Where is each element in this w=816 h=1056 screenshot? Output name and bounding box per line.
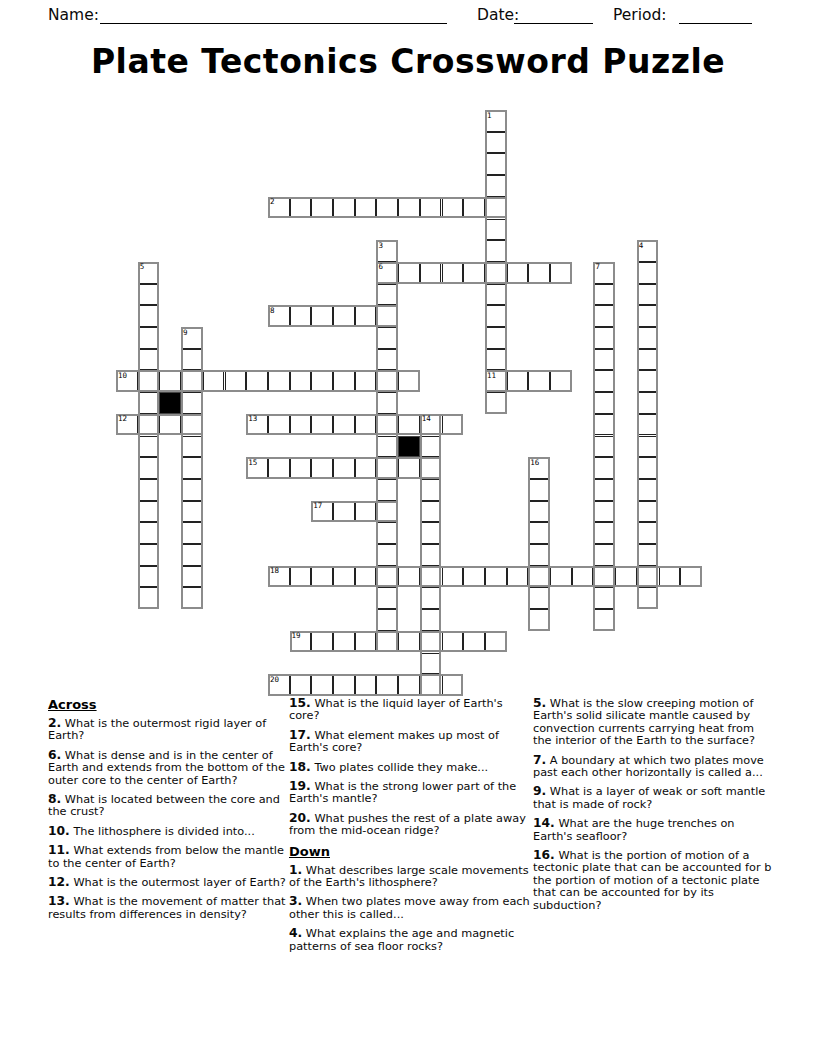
clue-column-1: Across2. What is the outermost rigid lay… (48, 697, 289, 927)
cell-r14c24[interactable] (637, 414, 659, 436)
cell-r14c14[interactable] (420, 414, 442, 436)
clue-text: When two plates move away from each othe… (289, 895, 530, 920)
cell-r20c12[interactable] (376, 544, 398, 566)
clue-8-across: 8. What is located between the core and … (48, 793, 289, 819)
cell-r9c22[interactable] (593, 305, 615, 327)
black-cell-r13c2 (159, 392, 181, 414)
cell-r6c24[interactable] (637, 240, 659, 262)
cell-r7c14[interactable] (420, 262, 442, 284)
cell-r11c12[interactable] (376, 349, 398, 371)
cell-r26c14[interactable] (420, 674, 442, 696)
cell-r22c3[interactable] (181, 587, 203, 609)
cell-r13c24[interactable] (637, 392, 659, 414)
cell-r6c12[interactable] (376, 240, 398, 262)
cell-r4c16[interactable] (463, 197, 485, 219)
clue-7-down: 7. A boundary at which two plates move p… (533, 754, 774, 780)
cell-r14c6[interactable] (246, 414, 268, 436)
clue-number: 10. (48, 824, 70, 838)
clue-text: What pushes the rest of a plate away fro… (289, 812, 526, 837)
cell-r7c12[interactable] (376, 262, 398, 284)
cell-r9c12[interactable] (376, 305, 398, 327)
cell-r14c8[interactable] (290, 414, 312, 436)
cell-r21c11[interactable] (355, 566, 377, 588)
cell-r23c19[interactable] (528, 609, 550, 631)
clue-text: What describes large scale movements of … (289, 864, 529, 889)
cell-r16c11[interactable] (355, 457, 377, 479)
cell-r12c12[interactable] (376, 370, 398, 392)
clue-text: What is the slow creeping motion of Eart… (533, 697, 755, 747)
cell-r13c22[interactable] (593, 392, 615, 414)
cell-r18c11[interactable] (355, 501, 377, 523)
cell-r21c20[interactable] (550, 566, 572, 588)
cell-r24c14[interactable] (420, 631, 442, 653)
cell-r8c24[interactable] (637, 284, 659, 306)
clue-text: What is the portion of motion of a tecto… (533, 849, 771, 912)
cell-r15c3[interactable] (181, 436, 203, 458)
cell-r7c15[interactable] (442, 262, 464, 284)
clue-text: What is the strong lower part of the Ear… (289, 780, 516, 805)
clue-text: What extends from below the mantle to th… (48, 844, 284, 869)
cell-r9c1[interactable] (138, 305, 160, 327)
cell-r11c22[interactable] (593, 349, 615, 371)
cell-r26c12[interactable] (376, 674, 398, 696)
clue-number: 7. (533, 753, 546, 767)
cell-r12c10[interactable] (333, 370, 355, 392)
clue-column-3: 5. What is the slow creeping motion of E… (533, 697, 774, 918)
cell-r21c7[interactable] (268, 566, 290, 588)
cell-r12c7[interactable] (268, 370, 290, 392)
clue-text: The lithosphere is divided into... (70, 825, 255, 838)
cell-r21c8[interactable] (290, 566, 312, 588)
cell-r22c1[interactable] (138, 587, 160, 609)
cell-r17c12[interactable] (376, 479, 398, 501)
cell-r21c10[interactable] (333, 566, 355, 588)
cell-r4c11[interactable] (355, 197, 377, 219)
clue-1-down: 1. What describes large scale movements … (289, 864, 530, 890)
cell-r8c17[interactable] (485, 284, 507, 306)
cell-r26c9[interactable] (311, 674, 333, 696)
clue-text: What element makes up most of Earth's co… (289, 729, 499, 754)
clue-number: 11. (48, 843, 70, 857)
clue-18-across: 18. Two plates collide they make... (289, 761, 530, 774)
cell-r17c22[interactable] (593, 479, 615, 501)
cell-r14c12[interactable] (376, 414, 398, 436)
cell-r15c14[interactable] (420, 436, 442, 458)
cell-r12c5[interactable] (225, 370, 247, 392)
cell-r16c8[interactable] (290, 457, 312, 479)
cell-r12c17[interactable] (485, 370, 507, 392)
clue-text: What is a layer of weak or soft mantle t… (533, 785, 765, 810)
clue-number: 4. (289, 926, 302, 940)
cell-r16c24[interactable] (637, 457, 659, 479)
clue-6-across: 6. What is dense and is in the center of… (48, 749, 289, 787)
cell-r16c3[interactable] (181, 457, 203, 479)
cell-r26c8[interactable] (290, 674, 312, 696)
cell-r24c8[interactable] (290, 631, 312, 653)
cell-r9c9[interactable] (311, 305, 333, 327)
cell-r4c8[interactable] (290, 197, 312, 219)
cell-r18c1[interactable] (138, 501, 160, 523)
cell-r24c16[interactable] (463, 631, 485, 653)
cell-r24c15[interactable] (442, 631, 464, 653)
cell-r18c10[interactable] (333, 501, 355, 523)
cell-r11c1[interactable] (138, 349, 160, 371)
cell-r21c13[interactable] (398, 566, 420, 588)
cell-r10c3[interactable] (181, 327, 203, 349)
cell-r12c6[interactable] (246, 370, 268, 392)
cell-r12c9[interactable] (311, 370, 333, 392)
cell-r14c9[interactable] (311, 414, 333, 436)
cell-r21c17[interactable] (485, 566, 507, 588)
cell-r18c12[interactable] (376, 501, 398, 523)
cell-r16c19[interactable] (528, 457, 550, 479)
clue-13-across: 13. What is the movement of matter that … (48, 895, 289, 921)
clue-4-down: 4. What explains the age and magnetic pa… (289, 927, 530, 953)
cell-r3c17[interactable] (485, 175, 507, 197)
cell-r26c10[interactable] (333, 674, 355, 696)
cell-r4c13[interactable] (398, 197, 420, 219)
cell-r4c10[interactable] (333, 197, 355, 219)
cell-r19c3[interactable] (181, 522, 203, 544)
clue-number: 19. (289, 779, 311, 793)
cell-r14c3[interactable] (181, 414, 203, 436)
cell-r16c22[interactable] (593, 457, 615, 479)
cell-r21c16[interactable] (463, 566, 485, 588)
cell-r12c4[interactable] (203, 370, 225, 392)
cell-r17c3[interactable] (181, 479, 203, 501)
cell-r24c13[interactable] (398, 631, 420, 653)
cell-r16c12[interactable] (376, 457, 398, 479)
cell-r4c7[interactable] (268, 197, 290, 219)
cell-r12c13[interactable] (398, 370, 420, 392)
clue-number: 16. (533, 848, 555, 862)
cell-r21c23[interactable] (615, 566, 637, 588)
cell-r0c17[interactable] (485, 110, 507, 132)
cell-r20c3[interactable] (181, 544, 203, 566)
cell-r7c24[interactable] (637, 262, 659, 284)
cell-r15c24[interactable] (637, 436, 659, 458)
cell-r7c16[interactable] (463, 262, 485, 284)
clue-number: 2. (48, 716, 61, 730)
cell-r21c9[interactable] (311, 566, 333, 588)
cell-r19c12[interactable] (376, 522, 398, 544)
cell-r18c3[interactable] (181, 501, 203, 523)
cell-r24c12[interactable] (376, 631, 398, 653)
clue-text: What explains the age and magnetic patte… (289, 927, 514, 952)
clue-text: What is the liquid layer of Earth's core… (289, 697, 503, 722)
cell-r4c12[interactable] (376, 197, 398, 219)
cell-r10c12[interactable] (376, 327, 398, 349)
cell-r19c22[interactable] (593, 522, 615, 544)
clue-10-across: 10. The lithosphere is divided into... (48, 825, 289, 838)
clue-number: 8. (48, 792, 61, 806)
cell-r22c14[interactable] (420, 587, 442, 609)
cell-r12c8[interactable] (290, 370, 312, 392)
clue-11-across: 11. What extends from below the mantle t… (48, 844, 289, 870)
clue-text: What is the outermost rigid layer of Ear… (48, 717, 266, 742)
clue-3-down: 3. When two plates move away from each o… (289, 895, 530, 921)
clue-text: What is the movement of matter that resu… (48, 895, 286, 920)
clue-number: 20. (289, 811, 311, 825)
clue-number: 18. (289, 760, 311, 774)
cell-r7c18[interactable] (507, 262, 529, 284)
cell-r9c10[interactable] (333, 305, 355, 327)
cell-r16c10[interactable] (333, 457, 355, 479)
cell-r14c2[interactable] (159, 414, 181, 436)
cell-r2c17[interactable] (485, 153, 507, 175)
cell-r16c7[interactable] (268, 457, 290, 479)
clue-17-across: 17. What element makes up most of Earth'… (289, 729, 530, 755)
cell-r18c24[interactable] (637, 501, 659, 523)
cell-r12c0[interactable] (116, 370, 138, 392)
cell-r9c24[interactable] (637, 305, 659, 327)
cell-r7c13[interactable] (398, 262, 420, 284)
cell-r11c24[interactable] (637, 349, 659, 371)
cell-r14c1[interactable] (138, 414, 160, 436)
cell-r7c19[interactable] (528, 262, 550, 284)
cell-r24c11[interactable] (355, 631, 377, 653)
cell-r7c20[interactable] (550, 262, 572, 284)
cell-r24c17[interactable] (485, 631, 507, 653)
cell-r23c12[interactable] (376, 609, 398, 631)
clue-15-across: 15. What is the liquid layer of Earth's … (289, 697, 530, 723)
cell-r21c15[interactable] (442, 566, 464, 588)
cell-r4c17[interactable] (485, 197, 507, 219)
cell-r17c14[interactable] (420, 479, 442, 501)
cell-r14c7[interactable] (268, 414, 290, 436)
clue-14-down: 14. What are the huge trenches on Earth'… (533, 817, 774, 843)
cell-r21c26[interactable] (680, 566, 702, 588)
cell-r24c9[interactable] (311, 631, 333, 653)
clue-number: 9. (533, 784, 546, 798)
cell-r20c24[interactable] (637, 544, 659, 566)
clue-text: What is the outermost layer of Earth? (70, 876, 286, 889)
cell-r20c1[interactable] (138, 544, 160, 566)
cell-r12c22[interactable] (593, 370, 615, 392)
cell-r10c17[interactable] (485, 327, 507, 349)
cell-r1c17[interactable] (485, 132, 507, 154)
cell-r21c25[interactable] (659, 566, 681, 588)
cell-r13c1[interactable] (138, 392, 160, 414)
clue-number: 17. (289, 728, 311, 742)
clue-5-down: 5. What is the slow creeping motion of E… (533, 697, 774, 748)
cell-r20c14[interactable] (420, 544, 442, 566)
cell-r26c13[interactable] (398, 674, 420, 696)
cell-r12c24[interactable] (637, 370, 659, 392)
cell-r7c17[interactable] (485, 262, 507, 284)
cell-r21c24[interactable] (637, 566, 659, 588)
crossword-board: 2681011121315171819201345791416 (0, 0, 816, 700)
clue-text: What is located between the core and the… (48, 793, 280, 818)
clue-number: 5. (533, 696, 546, 710)
cell-r26c7[interactable] (268, 674, 290, 696)
cell-r19c1[interactable] (138, 522, 160, 544)
cell-r9c8[interactable] (290, 305, 312, 327)
clue-number: 12. (48, 875, 70, 889)
worksheet-page: Name: Date: Period: Plate Tectonics Cros… (0, 0, 816, 1056)
clue-text: What are the huge trenches on Earth's se… (533, 817, 735, 842)
cell-r21c21[interactable] (572, 566, 594, 588)
cell-r21c1[interactable] (138, 566, 160, 588)
cell-r12c18[interactable] (507, 370, 529, 392)
cell-r18c19[interactable] (528, 501, 550, 523)
cell-r10c1[interactable] (138, 327, 160, 349)
across-heading: Across (48, 697, 289, 712)
cell-r7c22[interactable] (593, 262, 615, 284)
cell-r12c3[interactable] (181, 370, 203, 392)
cell-r13c17[interactable] (485, 392, 507, 414)
cell-r19c24[interactable] (637, 522, 659, 544)
cell-r9c17[interactable] (485, 305, 507, 327)
black-cell-r15c13 (398, 436, 420, 458)
cell-r11c17[interactable] (485, 349, 507, 371)
cell-r14c22[interactable] (593, 414, 615, 436)
cell-r10c24[interactable] (637, 327, 659, 349)
cell-r21c3[interactable] (181, 566, 203, 588)
clue-text: Two plates collide they make... (311, 761, 488, 774)
cell-r9c11[interactable] (355, 305, 377, 327)
cell-r17c19[interactable] (528, 479, 550, 501)
cell-r26c11[interactable] (355, 674, 377, 696)
cell-r16c1[interactable] (138, 457, 160, 479)
cell-r15c12[interactable] (376, 436, 398, 458)
cell-r12c1[interactable] (138, 370, 160, 392)
cell-r5c17[interactable] (485, 219, 507, 241)
cell-r8c12[interactable] (376, 284, 398, 306)
cell-r21c14[interactable] (420, 566, 442, 588)
cell-r21c19[interactable] (528, 566, 550, 588)
cell-r21c18[interactable] (507, 566, 529, 588)
clue-20-across: 20. What pushes the rest of a plate away… (289, 812, 530, 838)
cell-r19c19[interactable] (528, 522, 550, 544)
cell-r8c22[interactable] (593, 284, 615, 306)
clue-12-across: 12. What is the outermost layer of Earth… (48, 876, 289, 889)
clue-number: 1. (289, 863, 302, 877)
cell-r24c10[interactable] (333, 631, 355, 653)
cell-r14c10[interactable] (333, 414, 355, 436)
cell-r12c2[interactable] (159, 370, 181, 392)
cell-r12c11[interactable] (355, 370, 377, 392)
cell-r12c19[interactable] (528, 370, 550, 392)
cell-r7c1[interactable] (138, 262, 160, 284)
cell-r21c12[interactable] (376, 566, 398, 588)
cell-r4c14[interactable] (420, 197, 442, 219)
clue-16-down: 16. What is the portion of motion of a t… (533, 849, 774, 912)
cell-r25c14[interactable] (420, 653, 442, 675)
cell-r14c0[interactable] (116, 414, 138, 436)
clue-text: A boundary at which two plates move past… (533, 754, 764, 779)
cell-r15c1[interactable] (138, 436, 160, 458)
cell-r22c12[interactable] (376, 587, 398, 609)
clue-19-across: 19. What is the strong lower part of the… (289, 780, 530, 806)
cell-r20c22[interactable] (593, 544, 615, 566)
cell-r4c9[interactable] (311, 197, 333, 219)
cell-r9c7[interactable] (268, 305, 290, 327)
cell-r16c13[interactable] (398, 457, 420, 479)
cell-r23c14[interactable] (420, 609, 442, 631)
cell-r8c1[interactable] (138, 284, 160, 306)
clue-9-down: 9. What is a layer of weak or soft mantl… (533, 785, 774, 811)
cell-r12c20[interactable] (550, 370, 572, 392)
clue-number: 13. (48, 894, 70, 908)
cell-r18c9[interactable] (311, 501, 333, 523)
cell-r4c15[interactable] (442, 197, 464, 219)
cell-r22c24[interactable] (637, 587, 659, 609)
cell-r14c13[interactable] (398, 414, 420, 436)
cell-r13c12[interactable] (376, 392, 398, 414)
cell-r13c3[interactable] (181, 392, 203, 414)
cell-r22c19[interactable] (528, 587, 550, 609)
cell-r17c1[interactable] (138, 479, 160, 501)
clue-number: 15. (289, 696, 311, 710)
cell-r16c14[interactable] (420, 457, 442, 479)
cell-r19c14[interactable] (420, 522, 442, 544)
clue-2-across: 2. What is the outermost rigid layer of … (48, 717, 289, 743)
cell-r10c22[interactable] (593, 327, 615, 349)
down-heading: Down (289, 844, 530, 859)
cell-r26c15[interactable] (442, 674, 464, 696)
cell-r14c11[interactable] (355, 414, 377, 436)
clue-number: 14. (533, 816, 555, 830)
clue-text: What is dense and is in the center of Ea… (48, 749, 285, 787)
cell-r16c6[interactable] (246, 457, 268, 479)
clue-number: 6. (48, 748, 61, 762)
clue-number: 3. (289, 894, 302, 908)
cell-r14c15[interactable] (442, 414, 464, 436)
cell-r23c22[interactable] (593, 609, 615, 631)
cell-r17c24[interactable] (637, 479, 659, 501)
cell-r15c22[interactable] (593, 436, 615, 458)
cell-r18c22[interactable] (593, 501, 615, 523)
cell-r18c14[interactable] (420, 501, 442, 523)
cell-r22c22[interactable] (593, 587, 615, 609)
cell-r16c9[interactable] (311, 457, 333, 479)
cell-r21c22[interactable] (593, 566, 615, 588)
clue-column-2: 15. What is the liquid layer of Earth's … (289, 697, 530, 959)
cell-r11c3[interactable] (181, 349, 203, 371)
cell-r6c17[interactable] (485, 240, 507, 262)
cell-r20c19[interactable] (528, 544, 550, 566)
